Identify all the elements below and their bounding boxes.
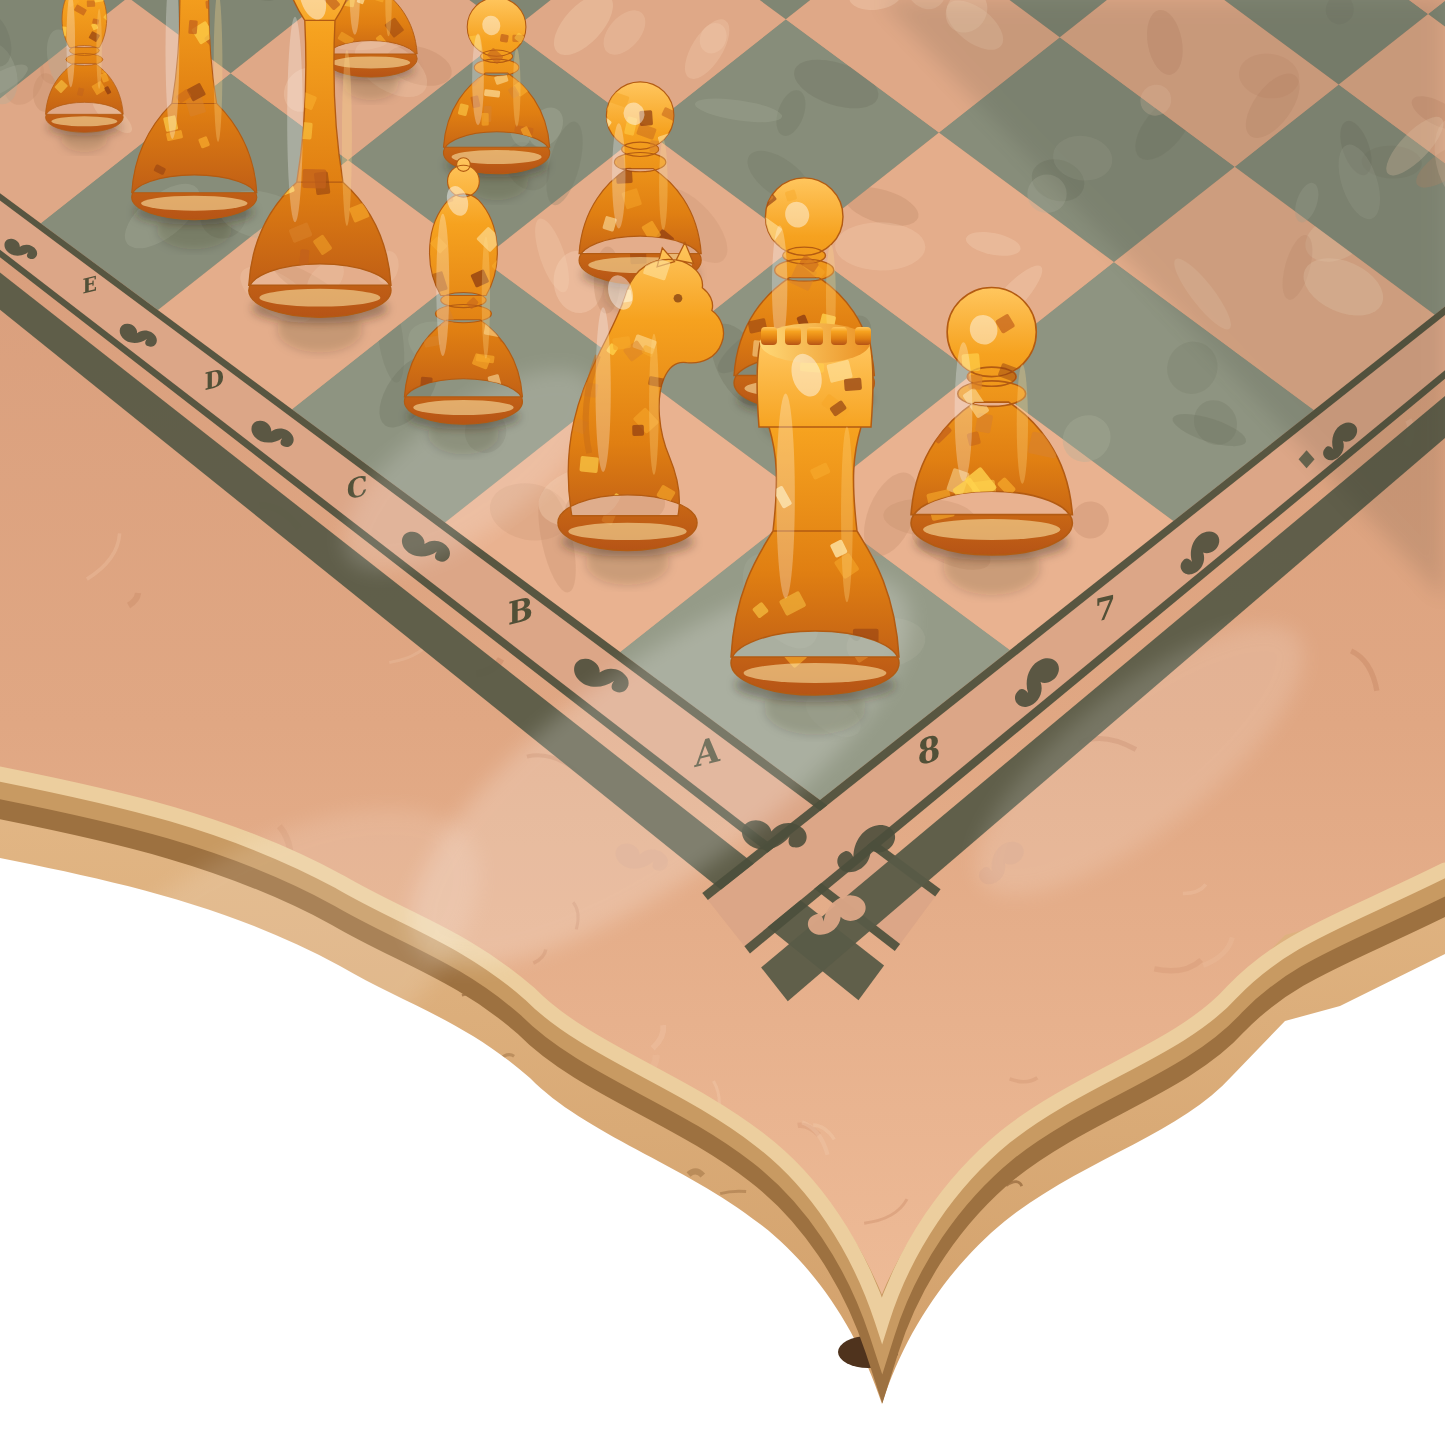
amber-chess-table-photo: ABCDE87 (0, 0, 1445, 1445)
table-scene: ABCDE87 (0, 0, 1445, 1445)
